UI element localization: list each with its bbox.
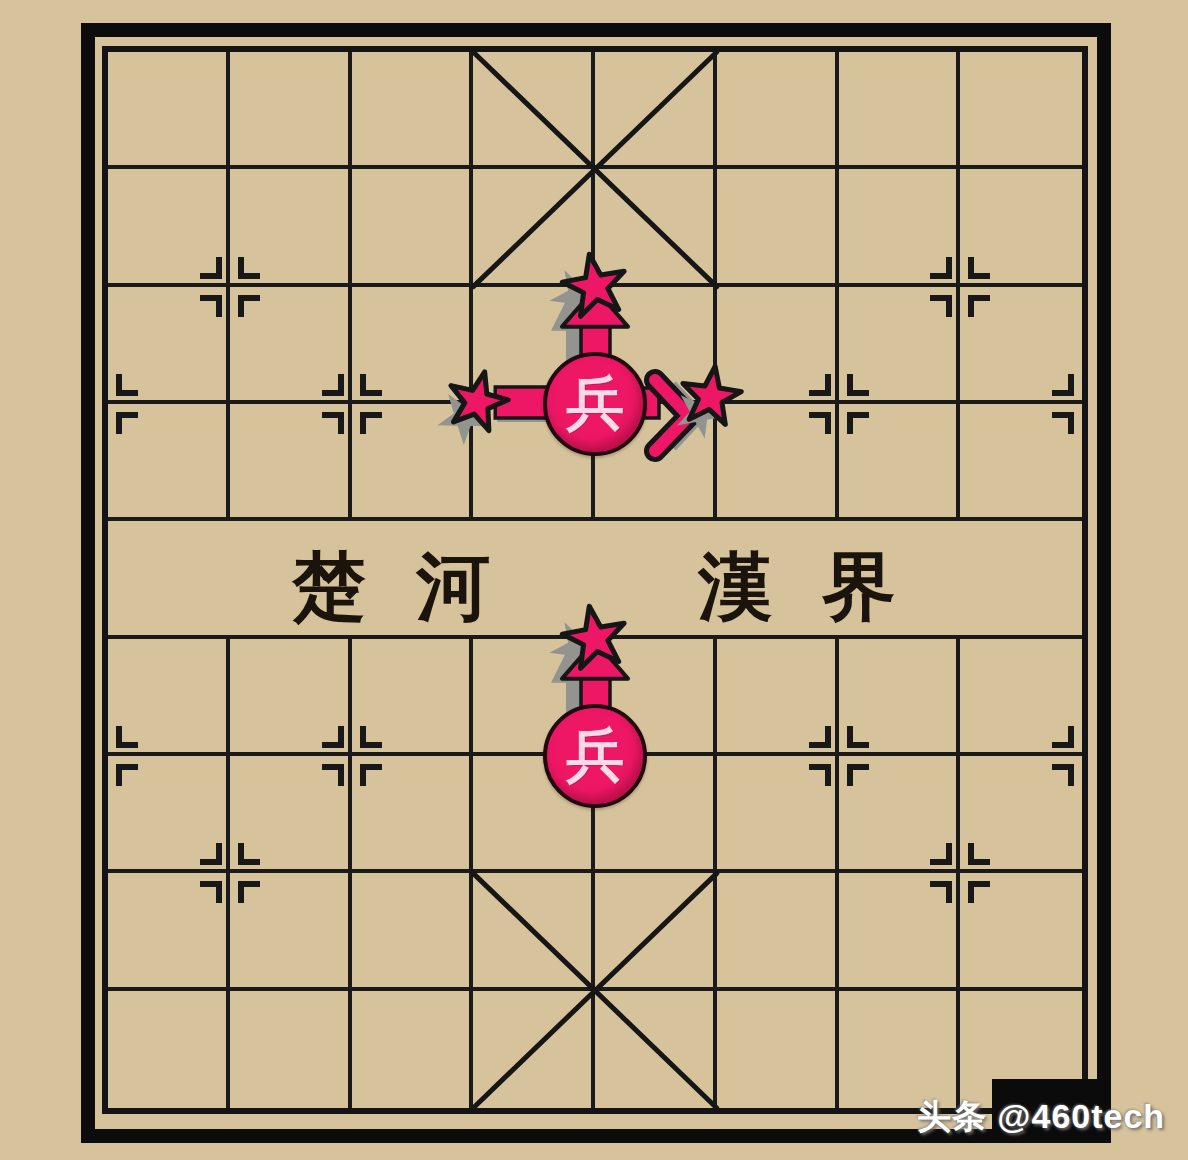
red-soldier-before-crossing-river[interactable]: 兵 xyxy=(543,704,647,808)
xiangqi-diagram: 楚河 漢界 头条 @460tech 兵兵 xyxy=(0,0,1188,1160)
palace-diagonals xyxy=(473,52,717,1108)
board-overlay xyxy=(0,0,1188,1160)
watermark-text: 头条 @460tech xyxy=(900,1094,1182,1140)
red-soldier-after-crossing-river[interactable]: 兵 xyxy=(543,352,647,456)
